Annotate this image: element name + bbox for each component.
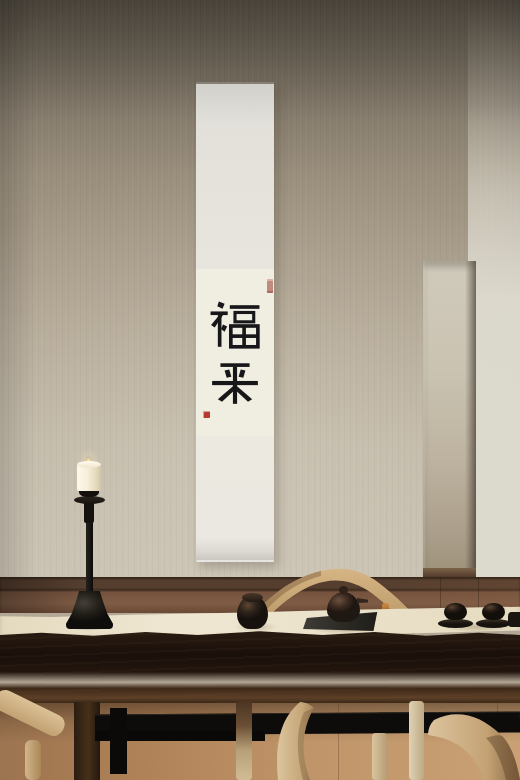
tea-room-photo: 福 来 — [0, 0, 520, 780]
ledge-plank-seam — [440, 577, 441, 613]
partial-dish — [508, 612, 520, 627]
teapot — [327, 592, 360, 622]
calligraphy-character-fu: 福 — [209, 300, 261, 352]
left-chair-leg — [25, 740, 41, 780]
wall-niche — [423, 261, 476, 577]
lower-red-seal — [203, 411, 210, 418]
chair-leg — [409, 701, 424, 780]
steel-frame-post — [110, 708, 127, 774]
scroll-top-mount — [196, 84, 274, 269]
lai-glyph-strokes — [209, 356, 261, 408]
hanging-scroll: 福 来 — [196, 82, 274, 562]
live-edge-table-top — [0, 629, 520, 703]
fu-glyph-strokes — [209, 300, 261, 352]
scroll-bottom-mount — [196, 436, 274, 560]
niche-floor — [423, 568, 476, 577]
right-chair-back — [428, 706, 520, 780]
tea-jar-lid — [242, 593, 263, 602]
candle-top — [77, 461, 101, 468]
chair-leg — [236, 701, 252, 780]
candlestick-stem-upper — [84, 501, 94, 523]
candlestick-stem — [86, 520, 93, 596]
candlestick-drip-tray — [74, 496, 105, 504]
saucer — [438, 619, 473, 628]
tea-cup — [444, 603, 467, 620]
tea-cup — [482, 603, 505, 620]
chair-leg — [372, 733, 387, 780]
center-chair-back — [270, 702, 326, 780]
saucer — [476, 619, 511, 628]
calligraphy-character-lai: 来 — [209, 356, 261, 408]
teapot-lid-knob — [339, 586, 348, 594]
niche-right-jamb-shadow — [465, 261, 476, 577]
upper-red-seal — [267, 279, 273, 293]
